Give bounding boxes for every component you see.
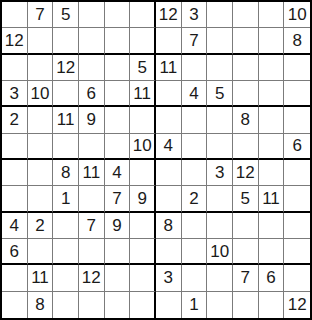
cell-r5c7[interactable]	[156, 107, 182, 133]
cell-r7c6[interactable]	[130, 160, 156, 186]
cell-r7c2[interactable]	[28, 160, 54, 186]
cell-r3c2[interactable]	[28, 55, 54, 81]
cell-r9c4[interactable]: 7	[79, 213, 105, 239]
cell-r8c11[interactable]: 11	[259, 186, 285, 212]
cell-r2c7[interactable]	[156, 28, 182, 54]
cell-r11c10[interactable]: 7	[233, 265, 259, 291]
cell-r6c10[interactable]	[233, 134, 259, 160]
cell-r4c11[interactable]	[259, 81, 285, 107]
cell-r3c12[interactable]	[284, 55, 310, 81]
cell-r7c9[interactable]: 3	[207, 160, 233, 186]
cell-r11c8[interactable]	[182, 265, 208, 291]
cell-r8c3[interactable]: 1	[53, 186, 79, 212]
cell-r3c11[interactable]	[259, 55, 285, 81]
cell-r6c2[interactable]	[28, 134, 54, 160]
cell-r10c2[interactable]	[28, 239, 54, 265]
cell-r10c4[interactable]	[79, 239, 105, 265]
cell-r10c8[interactable]	[182, 239, 208, 265]
cell-r12c3[interactable]	[53, 292, 79, 318]
cell-r10c9[interactable]: 10	[207, 239, 233, 265]
cell-r10c11[interactable]	[259, 239, 285, 265]
cell-r2c5[interactable]	[105, 28, 131, 54]
cell-r4c6[interactable]: 11	[130, 81, 156, 107]
cell-r2c8[interactable]: 7	[182, 28, 208, 54]
cell-r3c10[interactable]	[233, 55, 259, 81]
cell-r11c4[interactable]: 12	[79, 265, 105, 291]
cell-r4c7[interactable]	[156, 81, 182, 107]
cell-r2c9[interactable]	[207, 28, 233, 54]
cell-r8c5[interactable]: 7	[105, 186, 131, 212]
cell-r8c2[interactable]	[28, 186, 54, 212]
cell-r11c6[interactable]	[130, 265, 156, 291]
cell-r5c4[interactable]: 9	[79, 107, 105, 133]
cell-r10c1[interactable]: 6	[2, 239, 28, 265]
cell-r6c6[interactable]: 10	[130, 134, 156, 160]
cell-r2c11[interactable]	[259, 28, 285, 54]
cell-r8c10[interactable]: 5	[233, 186, 259, 212]
cell-r6c11[interactable]	[259, 134, 285, 160]
cell-r4c2[interactable]: 10	[28, 81, 54, 107]
cell-r2c6[interactable]	[130, 28, 156, 54]
cell-r1c1[interactable]	[2, 2, 28, 28]
cell-r2c3[interactable]	[53, 28, 79, 54]
cell-r12c9[interactable]	[207, 292, 233, 318]
cell-r5c8[interactable]	[182, 107, 208, 133]
cell-r10c10[interactable]	[233, 239, 259, 265]
cell-r4c9[interactable]: 5	[207, 81, 233, 107]
cell-r1c8[interactable]: 3	[182, 2, 208, 28]
cell-r12c5[interactable]	[105, 292, 131, 318]
cell-r6c12[interactable]: 6	[284, 134, 310, 160]
cell-r5c5[interactable]	[105, 107, 131, 133]
cell-r9c5[interactable]: 9	[105, 213, 131, 239]
cell-r7c10[interactable]: 12	[233, 160, 259, 186]
cell-r9c10[interactable]	[233, 213, 259, 239]
cell-r3c3[interactable]: 12	[53, 55, 79, 81]
cell-r8c12[interactable]	[284, 186, 310, 212]
cell-r9c7[interactable]: 8	[156, 213, 182, 239]
cell-r5c12[interactable]	[284, 107, 310, 133]
cell-r4c1[interactable]: 3	[2, 81, 28, 107]
cell-r6c7[interactable]: 4	[156, 134, 182, 160]
cell-r8c9[interactable]	[207, 186, 233, 212]
cell-r10c7[interactable]	[156, 239, 182, 265]
cell-r11c1[interactable]	[2, 265, 28, 291]
cell-r1c2[interactable]: 7	[28, 2, 54, 28]
cell-r3c1[interactable]	[2, 55, 28, 81]
cell-r11c11[interactable]: 6	[259, 265, 285, 291]
cell-r7c7[interactable]	[156, 160, 182, 186]
cell-r11c7[interactable]: 3	[156, 265, 182, 291]
cell-r1c10[interactable]	[233, 2, 259, 28]
cell-r4c4[interactable]: 6	[79, 81, 105, 107]
cell-r1c4[interactable]	[79, 2, 105, 28]
cell-r8c1[interactable]	[2, 186, 28, 212]
cell-r4c8[interactable]: 4	[182, 81, 208, 107]
cell-r3c5[interactable]	[105, 55, 131, 81]
cell-r7c12[interactable]	[284, 160, 310, 186]
cell-r1c5[interactable]	[105, 2, 131, 28]
cell-r12c4[interactable]	[79, 292, 105, 318]
cell-r12c6[interactable]	[130, 292, 156, 318]
cell-r8c7[interactable]	[156, 186, 182, 212]
cell-r6c1[interactable]	[2, 134, 28, 160]
cell-r1c12[interactable]: 10	[284, 2, 310, 28]
cell-r6c4[interactable]	[79, 134, 105, 160]
cell-r5c6[interactable]	[130, 107, 156, 133]
cell-r2c12[interactable]: 8	[284, 28, 310, 54]
cell-r5c10[interactable]: 8	[233, 107, 259, 133]
cell-r4c3[interactable]	[53, 81, 79, 107]
cell-r11c12[interactable]	[284, 265, 310, 291]
cell-r4c10[interactable]	[233, 81, 259, 107]
cell-r2c10[interactable]	[233, 28, 259, 54]
cell-r9c3[interactable]	[53, 213, 79, 239]
cell-r1c9[interactable]	[207, 2, 233, 28]
cell-r9c9[interactable]	[207, 213, 233, 239]
cell-r2c1[interactable]: 12	[2, 28, 28, 54]
cell-r9c11[interactable]	[259, 213, 285, 239]
cell-r9c6[interactable]	[130, 213, 156, 239]
cell-r11c5[interactable]	[105, 265, 131, 291]
cell-r7c1[interactable]	[2, 160, 28, 186]
cell-r6c9[interactable]	[207, 134, 233, 160]
cell-r6c5[interactable]	[105, 134, 131, 160]
cell-r8c4[interactable]	[79, 186, 105, 212]
cell-r1c7[interactable]: 12	[156, 2, 182, 28]
cell-r12c1[interactable]	[2, 292, 28, 318]
cell-r6c8[interactable]	[182, 134, 208, 160]
cell-r4c5[interactable]	[105, 81, 131, 107]
cell-r3c9[interactable]	[207, 55, 233, 81]
cell-r5c1[interactable]: 2	[2, 107, 28, 133]
cell-r10c3[interactable]	[53, 239, 79, 265]
cell-r3c4[interactable]	[79, 55, 105, 81]
cell-r12c11[interactable]	[259, 292, 285, 318]
cell-r10c6[interactable]	[130, 239, 156, 265]
cell-r1c3[interactable]: 5	[53, 2, 79, 28]
cell-r1c6[interactable]	[130, 2, 156, 28]
cell-r3c7[interactable]: 11	[156, 55, 182, 81]
cell-r11c2[interactable]: 11	[28, 265, 54, 291]
sudoku-board: 7512310127812511310611452119810468114312…	[0, 0, 312, 320]
cell-r1c11[interactable]	[259, 2, 285, 28]
cell-r4c12[interactable]	[284, 81, 310, 107]
sudoku-page: 7512310127812511310611452119810468114312…	[0, 0, 312, 320]
cell-r6c3[interactable]	[53, 134, 79, 160]
cell-r11c3[interactable]	[53, 265, 79, 291]
cell-r2c2[interactable]	[28, 28, 54, 54]
cell-r8c6[interactable]: 9	[130, 186, 156, 212]
cell-r5c3[interactable]: 11	[53, 107, 79, 133]
cell-r7c11[interactable]	[259, 160, 285, 186]
cell-r12c7[interactable]	[156, 292, 182, 318]
cell-r5c11[interactable]	[259, 107, 285, 133]
cell-r7c5[interactable]: 4	[105, 160, 131, 186]
cell-r10c12[interactable]	[284, 239, 310, 265]
cell-r12c8[interactable]: 1	[182, 292, 208, 318]
cell-r10c5[interactable]	[105, 239, 131, 265]
cell-r5c9[interactable]	[207, 107, 233, 133]
cell-r12c2[interactable]: 8	[28, 292, 54, 318]
cell-r7c8[interactable]	[182, 160, 208, 186]
cell-r9c2[interactable]: 2	[28, 213, 54, 239]
cell-r9c1[interactable]: 4	[2, 213, 28, 239]
cell-r8c8[interactable]: 2	[182, 186, 208, 212]
cell-r2c4[interactable]	[79, 28, 105, 54]
cell-r12c12[interactable]: 12	[284, 292, 310, 318]
cell-r12c10[interactable]	[233, 292, 259, 318]
cell-r7c4[interactable]: 11	[79, 160, 105, 186]
cell-r3c6[interactable]: 5	[130, 55, 156, 81]
cell-r9c12[interactable]	[284, 213, 310, 239]
cell-r9c8[interactable]	[182, 213, 208, 239]
cell-r11c9[interactable]	[207, 265, 233, 291]
cell-r5c2[interactable]	[28, 107, 54, 133]
cell-r7c3[interactable]: 8	[53, 160, 79, 186]
cell-r3c8[interactable]	[182, 55, 208, 81]
